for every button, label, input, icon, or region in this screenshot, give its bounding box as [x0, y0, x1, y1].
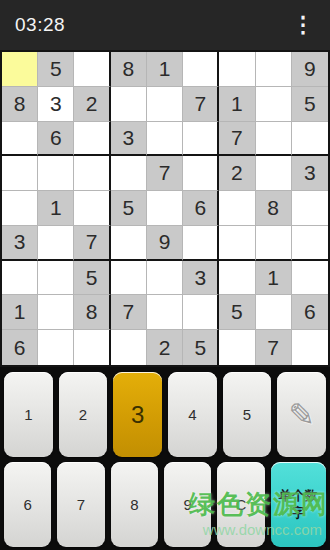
cell-r3c5[interactable]	[147, 122, 183, 157]
cell-r8c3[interactable]: 8	[74, 295, 110, 330]
status-bar: 03:28 ⋮	[0, 0, 330, 50]
cell-r2c3[interactable]: 2	[74, 87, 110, 122]
cell-r1c6[interactable]	[183, 52, 219, 87]
cell-r2c2[interactable]: 3	[38, 87, 74, 122]
keypad-row-2: 6789C单个数字	[4, 462, 326, 547]
cell-r6c4[interactable]	[111, 226, 147, 261]
digit-9-button[interactable]: 9	[164, 462, 211, 547]
cell-r4c4[interactable]	[111, 156, 147, 191]
cell-r8c6[interactable]	[183, 295, 219, 330]
cell-r8c8[interactable]	[256, 295, 292, 330]
cell-r5c9[interactable]	[292, 191, 328, 226]
cell-r9c6[interactable]: 5	[183, 330, 219, 365]
cell-r5c2[interactable]: 1	[38, 191, 74, 226]
cell-r4c7[interactable]: 2	[219, 156, 255, 191]
cell-r1c4[interactable]: 8	[111, 52, 147, 87]
digit-3-button[interactable]: 3	[113, 372, 162, 457]
cell-r5c4[interactable]: 5	[111, 191, 147, 226]
cell-r6c9[interactable]	[292, 226, 328, 261]
cell-r8c9[interactable]: 6	[292, 295, 328, 330]
cell-r9c1[interactable]: 6	[2, 330, 38, 365]
keypad-row-1: 12345✎	[4, 372, 326, 457]
cell-r2c7[interactable]: 1	[219, 87, 255, 122]
cell-r9c8[interactable]: 7	[256, 330, 292, 365]
cell-r7c6[interactable]: 3	[183, 261, 219, 296]
cell-r7c3[interactable]: 5	[74, 261, 110, 296]
digit-6-button[interactable]: 6	[4, 462, 51, 547]
digit-5-button[interactable]: 5	[223, 372, 272, 457]
cell-r7c2[interactable]	[38, 261, 74, 296]
cell-r3c1[interactable]	[2, 122, 38, 157]
game-timer: 03:28	[15, 14, 65, 36]
cell-r9c9[interactable]	[292, 330, 328, 365]
digit-4-button[interactable]: 4	[168, 372, 217, 457]
cell-r8c5[interactable]	[147, 295, 183, 330]
cell-r5c7[interactable]	[219, 191, 255, 226]
cell-r2c9[interactable]: 5	[292, 87, 328, 122]
digit-1-button[interactable]: 1	[4, 372, 53, 457]
cell-r8c2[interactable]	[38, 295, 74, 330]
cell-r3c4[interactable]: 3	[111, 122, 147, 157]
cell-r4c3[interactable]	[74, 156, 110, 191]
cell-r7c8[interactable]: 1	[256, 261, 292, 296]
cell-r9c2[interactable]	[38, 330, 74, 365]
cell-r4c9[interactable]: 3	[292, 156, 328, 191]
cell-r5c1[interactable]	[2, 191, 38, 226]
cell-r8c4[interactable]: 7	[111, 295, 147, 330]
cell-r2c8[interactable]	[256, 87, 292, 122]
digit-8-button[interactable]: 8	[111, 462, 158, 547]
cell-r4c6[interactable]	[183, 156, 219, 191]
cell-r1c9[interactable]: 9	[292, 52, 328, 87]
cell-r1c5[interactable]: 1	[147, 52, 183, 87]
cell-r7c7[interactable]	[219, 261, 255, 296]
cell-r1c1[interactable]	[2, 52, 38, 87]
cell-r3c7[interactable]: 7	[219, 122, 255, 157]
cell-r8c1[interactable]: 1	[2, 295, 38, 330]
cell-r5c3[interactable]	[74, 191, 110, 226]
cell-r1c3[interactable]	[74, 52, 110, 87]
cell-r2c5[interactable]	[147, 87, 183, 122]
clear-button[interactable]: C	[217, 462, 264, 547]
cell-r4c8[interactable]	[256, 156, 292, 191]
cell-r7c9[interactable]	[292, 261, 328, 296]
cell-r1c8[interactable]	[256, 52, 292, 87]
cell-r6c1[interactable]: 3	[2, 226, 38, 261]
cell-r3c8[interactable]	[256, 122, 292, 157]
cell-r6c3[interactable]: 7	[74, 226, 110, 261]
cell-r2c4[interactable]	[111, 87, 147, 122]
sudoku-board[interactable]: 58198327156377231568379531187566257	[0, 50, 330, 367]
digit-2-button[interactable]: 2	[59, 372, 108, 457]
cell-r8c7[interactable]: 5	[219, 295, 255, 330]
cell-r6c8[interactable]	[256, 226, 292, 261]
cell-r3c9[interactable]	[292, 122, 328, 157]
cell-r4c1[interactable]	[2, 156, 38, 191]
pencil-button[interactable]: ✎	[277, 372, 326, 457]
cell-r2c6[interactable]: 7	[183, 87, 219, 122]
cell-r9c4[interactable]	[111, 330, 147, 365]
cell-r3c2[interactable]: 6	[38, 122, 74, 157]
cell-r6c6[interactable]	[183, 226, 219, 261]
cell-r6c5[interactable]: 9	[147, 226, 183, 261]
cell-r3c3[interactable]	[74, 122, 110, 157]
cell-r5c8[interactable]: 8	[256, 191, 292, 226]
cell-r7c5[interactable]	[147, 261, 183, 296]
cell-r5c6[interactable]: 6	[183, 191, 219, 226]
cell-r1c2[interactable]: 5	[38, 52, 74, 87]
cell-r2c1[interactable]: 8	[2, 87, 38, 122]
cell-r5c5[interactable]	[147, 191, 183, 226]
cell-r6c2[interactable]	[38, 226, 74, 261]
single-digit-mode-button[interactable]: 单个数字	[271, 462, 326, 547]
cell-r4c2[interactable]	[38, 156, 74, 191]
cell-r6c7[interactable]	[219, 226, 255, 261]
cell-r3c6[interactable]	[183, 122, 219, 157]
sudoku-app-screen: 03:28 ⋮ 58198327156377231568379531187566…	[0, 0, 330, 550]
overflow-menu-icon[interactable]: ⋮	[286, 10, 320, 40]
digit-7-button[interactable]: 7	[57, 462, 104, 547]
cell-r7c1[interactable]	[2, 261, 38, 296]
cell-r9c7[interactable]	[219, 330, 255, 365]
cell-r9c3[interactable]	[74, 330, 110, 365]
cell-r4c5[interactable]: 7	[147, 156, 183, 191]
keypad: 12345✎ 6789C单个数字	[0, 367, 330, 550]
cell-r7c4[interactable]	[111, 261, 147, 296]
cell-r9c5[interactable]: 2	[147, 330, 183, 365]
cell-r1c7[interactable]	[219, 52, 255, 87]
